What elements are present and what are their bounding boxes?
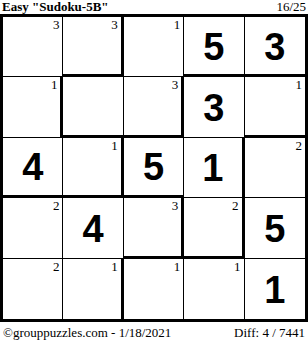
cell-r1c5[interactable]: 3 bbox=[245, 17, 305, 77]
corner-mark: 3 bbox=[172, 198, 179, 213]
cell-r5c4[interactable]: 1 bbox=[184, 259, 244, 319]
cell-r5c3[interactable]: 1 bbox=[124, 259, 184, 319]
cell-r5c5[interactable]: 1 bbox=[245, 259, 305, 319]
given-digit: 3 bbox=[264, 26, 285, 66]
cell-r1c1[interactable]: 3 bbox=[3, 17, 63, 77]
corner-mark: 1 bbox=[174, 259, 181, 274]
corner-mark: 1 bbox=[51, 77, 58, 92]
cell-r4c1[interactable]: 2 bbox=[3, 198, 63, 258]
given-digit: 5 bbox=[203, 26, 224, 66]
corner-mark: 1 bbox=[234, 259, 241, 274]
corner-mark: 2 bbox=[53, 259, 60, 274]
cell-r4c2[interactable]: 4 bbox=[63, 198, 123, 258]
difficulty-label: Diff: 4 / 7441 bbox=[234, 325, 305, 341]
corner-mark: 1 bbox=[296, 77, 303, 92]
given-digit: 4 bbox=[83, 208, 104, 248]
corner-mark: 2 bbox=[53, 198, 60, 213]
corner-mark: 3 bbox=[111, 17, 118, 32]
sudoku-board: 331531331415122432521111 bbox=[0, 14, 308, 322]
cell-r1c2[interactable]: 3 bbox=[63, 17, 123, 77]
cell-r2c5[interactable]: 1 bbox=[245, 77, 305, 137]
puzzle-counter: 16/25 bbox=[276, 0, 306, 14]
corner-mark: 3 bbox=[172, 77, 179, 92]
page-footer: ©grouppuzzles.com - 1/18/2021 Diff: 4 / … bbox=[0, 322, 308, 343]
page-header: Easy "Sudoku-5B" 16/25 bbox=[0, 0, 308, 14]
cell-r5c1[interactable]: 2 bbox=[3, 259, 63, 319]
corner-mark: 1 bbox=[174, 17, 181, 32]
given-digit: 5 bbox=[143, 146, 164, 186]
puzzle-title: Easy "Sudoku-5B" bbox=[2, 0, 109, 14]
cell-r2c2[interactable] bbox=[63, 77, 123, 137]
cell-r1c3[interactable]: 1 bbox=[124, 17, 184, 77]
cell-r4c4[interactable]: 2 bbox=[184, 198, 244, 258]
cell-r1c4[interactable]: 5 bbox=[184, 17, 244, 77]
cell-r4c5[interactable]: 5 bbox=[245, 198, 305, 258]
corner-mark: 1 bbox=[111, 138, 118, 153]
cell-r2c4[interactable]: 3 bbox=[184, 77, 244, 137]
cell-r5c2[interactable]: 1 bbox=[63, 259, 123, 319]
cell-r3c1[interactable]: 4 bbox=[3, 138, 63, 198]
corner-mark: 2 bbox=[232, 198, 239, 213]
corner-mark: 3 bbox=[53, 17, 60, 32]
cell-r3c5[interactable]: 2 bbox=[245, 138, 305, 198]
given-digit: 4 bbox=[22, 146, 43, 186]
given-digit: 1 bbox=[264, 269, 285, 309]
corner-mark: 1 bbox=[111, 259, 118, 274]
given-digit: 5 bbox=[264, 208, 285, 248]
cell-r2c1[interactable]: 1 bbox=[3, 77, 63, 137]
cell-r3c4[interactable]: 1 bbox=[184, 138, 244, 198]
cell-r3c2[interactable]: 1 bbox=[63, 138, 123, 198]
given-digit: 1 bbox=[202, 147, 223, 187]
cell-r2c3[interactable]: 3 bbox=[124, 77, 184, 137]
cell-r3c3[interactable]: 5 bbox=[124, 138, 184, 198]
copyright-date: ©grouppuzzles.com - 1/18/2021 bbox=[3, 325, 171, 341]
given-digit: 3 bbox=[203, 87, 224, 127]
cell-r4c3[interactable]: 3 bbox=[124, 198, 184, 258]
corner-mark: 2 bbox=[296, 138, 303, 153]
